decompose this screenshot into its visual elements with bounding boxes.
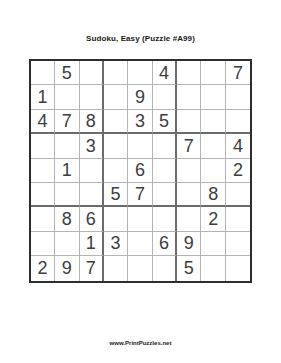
sudoku-cell-r2c5: 9 xyxy=(128,85,152,109)
sudoku-cell-r6c4: 5 xyxy=(104,183,128,207)
sudoku-cell-r8c6: 6 xyxy=(153,232,177,256)
sudoku-cell-r7c6[interactable] xyxy=(153,207,177,231)
sudoku-cell-r1c2: 5 xyxy=(55,61,79,85)
sudoku-cell-r9c6[interactable] xyxy=(153,256,177,280)
sudoku-cell-r7c2: 8 xyxy=(55,207,79,231)
sudoku-cell-r1c1[interactable] xyxy=(31,61,55,85)
sudoku-cell-r3c2: 7 xyxy=(55,110,79,134)
sudoku-cell-r1c5[interactable] xyxy=(128,61,152,85)
sudoku-cell-r4c9: 4 xyxy=(226,134,250,158)
sudoku-cell-r1c8[interactable] xyxy=(201,61,225,85)
sudoku-cell-r8c8[interactable] xyxy=(201,232,225,256)
sudoku-cell-r7c7[interactable] xyxy=(177,207,201,231)
sudoku-cell-r6c1[interactable] xyxy=(31,183,55,207)
sudoku-cell-r1c4[interactable] xyxy=(104,61,128,85)
sudoku-cell-r5c4[interactable] xyxy=(104,159,128,183)
sudoku-cell-r4c3: 3 xyxy=(80,134,104,158)
sudoku-cell-r5c2: 1 xyxy=(55,159,79,183)
sudoku-cell-r7c9[interactable] xyxy=(226,207,250,231)
sudoku-cell-r6c8: 8 xyxy=(201,183,225,207)
sudoku-cell-r9c9[interactable] xyxy=(226,256,250,280)
sudoku-board: 547194783537416257886213692975 xyxy=(29,59,253,283)
sudoku-cell-r1c3[interactable] xyxy=(80,61,104,85)
sudoku-cell-r5c5: 6 xyxy=(128,159,152,183)
sudoku-cell-r3c8[interactable] xyxy=(201,110,225,134)
sudoku-cell-r5c9: 2 xyxy=(226,159,250,183)
sudoku-cell-r6c9[interactable] xyxy=(226,183,250,207)
sudoku-cell-r2c2[interactable] xyxy=(55,85,79,109)
sudoku-cell-r9c3: 7 xyxy=(80,256,104,280)
sudoku-cell-r2c8[interactable] xyxy=(201,85,225,109)
sudoku-cell-r2c7[interactable] xyxy=(177,85,201,109)
sudoku-cell-r5c8[interactable] xyxy=(201,159,225,183)
sudoku-cell-r2c4[interactable] xyxy=(104,85,128,109)
sudoku-cell-r5c1[interactable] xyxy=(31,159,55,183)
sudoku-cell-r6c5: 7 xyxy=(128,183,152,207)
sudoku-cell-r3c4[interactable] xyxy=(104,110,128,134)
sudoku-cell-r7c1[interactable] xyxy=(31,207,55,231)
sudoku-cell-r7c5[interactable] xyxy=(128,207,152,231)
sudoku-cell-r1c9: 7 xyxy=(226,61,250,85)
sudoku-cell-r5c3[interactable] xyxy=(80,159,104,183)
sudoku-cell-r8c9[interactable] xyxy=(226,232,250,256)
sudoku-cell-r3c1: 4 xyxy=(31,110,55,134)
sudoku-cell-r4c7: 7 xyxy=(177,134,201,158)
sudoku-cell-r3c5: 3 xyxy=(128,110,152,134)
sudoku-cell-r3c6: 5 xyxy=(153,110,177,134)
sudoku-cell-r3c7[interactable] xyxy=(177,110,201,134)
sudoku-cell-r4c6[interactable] xyxy=(153,134,177,158)
sudoku-cell-r6c2[interactable] xyxy=(55,183,79,207)
sudoku-cell-r4c2[interactable] xyxy=(55,134,79,158)
sudoku-cell-r5c6[interactable] xyxy=(153,159,177,183)
sudoku-cell-r9c8[interactable] xyxy=(201,256,225,280)
sudoku-cell-r2c6[interactable] xyxy=(153,85,177,109)
sudoku-cell-r1c6: 4 xyxy=(153,61,177,85)
sudoku-cell-r5c7[interactable] xyxy=(177,159,201,183)
sudoku-cell-r8c4: 3 xyxy=(104,232,128,256)
sudoku-cell-r2c9[interactable] xyxy=(226,85,250,109)
sudoku-cell-r3c9[interactable] xyxy=(226,110,250,134)
sudoku-cell-r6c6[interactable] xyxy=(153,183,177,207)
sudoku-grid: 547194783537416257886213692975 xyxy=(31,61,251,281)
sudoku-cell-r7c8: 2 xyxy=(201,207,225,231)
sudoku-cell-r7c3: 6 xyxy=(80,207,104,231)
sudoku-cell-r9c5[interactable] xyxy=(128,256,152,280)
sudoku-cell-r4c8[interactable] xyxy=(201,134,225,158)
sudoku-cell-r4c1[interactable] xyxy=(31,134,55,158)
sudoku-cell-r8c3: 1 xyxy=(80,232,104,256)
puzzle-title: Sudoku, Easy (Puzzle #A99) xyxy=(0,0,281,43)
sudoku-cell-r6c3[interactable] xyxy=(80,183,104,207)
sudoku-cell-r1c7[interactable] xyxy=(177,61,201,85)
sudoku-cell-r9c4[interactable] xyxy=(104,256,128,280)
sudoku-cell-r4c5[interactable] xyxy=(128,134,152,158)
sudoku-cell-r9c2: 9 xyxy=(55,256,79,280)
sudoku-cell-r8c1[interactable] xyxy=(31,232,55,256)
sudoku-cell-r8c2[interactable] xyxy=(55,232,79,256)
sudoku-cell-r2c1: 1 xyxy=(31,85,55,109)
sudoku-cell-r9c1: 2 xyxy=(31,256,55,280)
sudoku-cell-r7c4[interactable] xyxy=(104,207,128,231)
sudoku-cell-r6c7[interactable] xyxy=(177,183,201,207)
sudoku-cell-r8c5[interactable] xyxy=(128,232,152,256)
sudoku-cell-r2c3[interactable] xyxy=(80,85,104,109)
sudoku-cell-r9c7: 5 xyxy=(177,256,201,280)
sudoku-cell-r3c3: 8 xyxy=(80,110,104,134)
sudoku-cell-r8c7: 9 xyxy=(177,232,201,256)
sudoku-cell-r4c4[interactable] xyxy=(104,134,128,158)
footer-url: www.PrintPuzzles.net xyxy=(0,340,281,346)
